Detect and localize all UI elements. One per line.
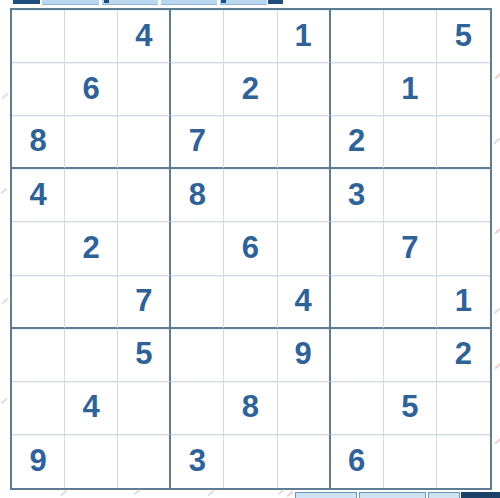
cell-r4c2[interactable] bbox=[65, 169, 118, 222]
sudoku-grid: 415621872483267741592485936 bbox=[10, 8, 492, 490]
cell-r8c9[interactable] bbox=[437, 382, 490, 435]
cell-r7c6[interactable]: 9 bbox=[278, 329, 331, 382]
cell-r2c6[interactable] bbox=[278, 63, 331, 116]
cell-r8c3[interactable] bbox=[118, 382, 171, 435]
cell-r1c4[interactable] bbox=[171, 10, 224, 63]
given-digit: 2 bbox=[83, 232, 100, 263]
cell-r3c4[interactable]: 7 bbox=[171, 116, 224, 169]
given-digit: 4 bbox=[135, 20, 152, 51]
texture-mark bbox=[0, 398, 8, 405]
cell-r6c3[interactable]: 7 bbox=[118, 276, 171, 329]
toolbar-bottom-partial bbox=[0, 492, 500, 498]
toolbar-button-partial[interactable] bbox=[161, 0, 217, 5]
texture-mark bbox=[494, 438, 500, 445]
given-digit: 4 bbox=[83, 391, 100, 422]
cell-r4c1[interactable]: 4 bbox=[12, 169, 65, 222]
given-digit: 4 bbox=[29, 179, 46, 210]
given-digit: 9 bbox=[294, 338, 311, 369]
toolbar-button-partial[interactable] bbox=[220, 0, 267, 5]
cell-r6c8[interactable] bbox=[384, 276, 437, 329]
toolbar-button-partial[interactable] bbox=[42, 0, 99, 5]
texture-mark bbox=[1, 93, 9, 100]
texture-mark bbox=[494, 363, 500, 370]
cell-r8c5[interactable]: 8 bbox=[224, 382, 277, 435]
given-digit: 5 bbox=[401, 391, 418, 422]
given-digit: 3 bbox=[348, 179, 365, 210]
cell-r3c5[interactable] bbox=[224, 116, 277, 169]
given-digit: 9 bbox=[29, 445, 46, 476]
cell-r1c7[interactable] bbox=[331, 10, 384, 63]
given-digit: 7 bbox=[135, 285, 152, 316]
cell-r4c4[interactable]: 8 bbox=[171, 169, 224, 222]
digit-toolbar-top-partial bbox=[0, 0, 500, 5]
cell-r2c4[interactable] bbox=[171, 63, 224, 116]
given-digit: 6 bbox=[348, 445, 365, 476]
cell-r9c5[interactable] bbox=[224, 435, 277, 488]
cell-r9c4[interactable]: 3 bbox=[171, 435, 224, 488]
cell-r1c8[interactable] bbox=[384, 10, 437, 63]
given-digit: 4 bbox=[294, 285, 311, 316]
bottom-button-partial[interactable] bbox=[295, 492, 357, 498]
texture-mark bbox=[493, 308, 500, 315]
cell-r5c1[interactable] bbox=[12, 222, 65, 275]
cell-r4c9[interactable] bbox=[437, 169, 490, 222]
texture-mark bbox=[493, 138, 500, 145]
given-digit: 2 bbox=[348, 125, 365, 156]
cell-r4c5[interactable] bbox=[224, 169, 277, 222]
given-digit: 7 bbox=[189, 125, 206, 156]
cell-r8c2[interactable]: 4 bbox=[65, 382, 118, 435]
cell-r4c6[interactable] bbox=[278, 169, 331, 222]
given-digit: 2 bbox=[242, 73, 259, 104]
cell-r1c9[interactable]: 5 bbox=[437, 10, 490, 63]
cell-r2c1[interactable] bbox=[12, 63, 65, 116]
cell-r1c6[interactable]: 1 bbox=[278, 10, 331, 63]
given-digit: 3 bbox=[189, 445, 206, 476]
cell-r9c9[interactable] bbox=[437, 435, 490, 488]
cell-r2c7[interactable] bbox=[331, 63, 384, 116]
cell-r6c9[interactable]: 1 bbox=[437, 276, 490, 329]
cell-r8c6[interactable] bbox=[278, 382, 331, 435]
cell-r3c3[interactable] bbox=[118, 116, 171, 169]
cell-r5c2[interactable]: 2 bbox=[65, 222, 118, 275]
cell-r4c7[interactable]: 3 bbox=[331, 169, 384, 222]
cell-r7c3[interactable]: 5 bbox=[118, 329, 171, 382]
texture-mark bbox=[494, 73, 500, 80]
cell-r9c2[interactable] bbox=[65, 435, 118, 488]
cell-r2c9[interactable] bbox=[437, 63, 490, 116]
toolbar-digit-fragment bbox=[104, 0, 109, 3]
cell-r2c8[interactable]: 1 bbox=[384, 63, 437, 116]
cell-r8c4[interactable] bbox=[171, 382, 224, 435]
cell-r8c1[interactable] bbox=[12, 382, 65, 435]
cell-r5c6[interactable] bbox=[278, 222, 331, 275]
cell-r3c6[interactable] bbox=[278, 116, 331, 169]
cell-r2c3[interactable] bbox=[118, 63, 171, 116]
cell-r5c7[interactable] bbox=[331, 222, 384, 275]
given-digit: 1 bbox=[294, 20, 311, 51]
texture-mark bbox=[0, 188, 8, 195]
cell-r7c4[interactable] bbox=[171, 329, 224, 382]
cell-r9c1[interactable]: 9 bbox=[12, 435, 65, 488]
cell-r3c9[interactable] bbox=[437, 116, 490, 169]
cell-r1c5[interactable] bbox=[224, 10, 277, 63]
sudoku-app: 415621872483267741592485936 bbox=[0, 0, 500, 498]
cell-r5c8[interactable]: 7 bbox=[384, 222, 437, 275]
cell-r7c2[interactable] bbox=[65, 329, 118, 382]
cell-r4c3[interactable] bbox=[118, 169, 171, 222]
bottom-button-partial[interactable] bbox=[428, 492, 460, 498]
cell-r5c3[interactable] bbox=[118, 222, 171, 275]
cell-r5c5[interactable]: 6 bbox=[224, 222, 277, 275]
cell-r7c8[interactable] bbox=[384, 329, 437, 382]
cell-r7c5[interactable] bbox=[224, 329, 277, 382]
texture-mark bbox=[494, 228, 500, 235]
given-digit: 5 bbox=[135, 338, 152, 369]
given-digit: 2 bbox=[455, 338, 472, 369]
toolbar-button-partial[interactable] bbox=[268, 0, 283, 4]
given-digit: 7 bbox=[401, 232, 418, 263]
cell-r7c1[interactable] bbox=[12, 329, 65, 382]
given-digit: 6 bbox=[83, 73, 100, 104]
given-digit: 8 bbox=[242, 391, 259, 422]
cell-r9c6[interactable] bbox=[278, 435, 331, 488]
cell-r6c1[interactable] bbox=[12, 276, 65, 329]
given-digit: 5 bbox=[455, 20, 472, 51]
cell-r8c7[interactable] bbox=[331, 382, 384, 435]
cell-r6c7[interactable] bbox=[331, 276, 384, 329]
cell-r7c7[interactable] bbox=[331, 329, 384, 382]
cell-r5c4[interactable] bbox=[171, 222, 224, 275]
cell-r3c2[interactable] bbox=[65, 116, 118, 169]
cell-r6c2[interactable] bbox=[65, 276, 118, 329]
cell-r3c1[interactable]: 8 bbox=[12, 116, 65, 169]
cell-r1c1[interactable] bbox=[12, 10, 65, 63]
cell-r2c2[interactable]: 6 bbox=[65, 63, 118, 116]
given-digit: 8 bbox=[189, 179, 206, 210]
cell-r6c6[interactable]: 4 bbox=[278, 276, 331, 329]
given-digit: 8 bbox=[29, 125, 46, 156]
cell-r4c8[interactable] bbox=[384, 169, 437, 222]
cell-r3c7[interactable]: 2 bbox=[331, 116, 384, 169]
given-digit: 6 bbox=[242, 232, 259, 263]
cell-r6c5[interactable] bbox=[224, 276, 277, 329]
texture-mark bbox=[1, 298, 9, 305]
cell-r3c8[interactable] bbox=[384, 116, 437, 169]
cell-r1c3[interactable]: 4 bbox=[118, 10, 171, 63]
cell-r2c5[interactable]: 2 bbox=[224, 63, 277, 116]
cell-r9c3[interactable] bbox=[118, 435, 171, 488]
toolbar-digit-fragment bbox=[221, 0, 226, 3]
cell-r8c8[interactable]: 5 bbox=[384, 382, 437, 435]
toolbar-button-partial[interactable] bbox=[102, 0, 158, 5]
given-digit: 1 bbox=[401, 73, 418, 104]
given-digit: 1 bbox=[455, 285, 472, 316]
cell-r7c9[interactable]: 2 bbox=[437, 329, 490, 382]
bottom-button-dark-partial[interactable] bbox=[461, 492, 500, 498]
cell-r9c7[interactable]: 6 bbox=[331, 435, 384, 488]
bottom-button-partial[interactable] bbox=[359, 492, 426, 498]
cell-r5c9[interactable] bbox=[437, 222, 490, 275]
cell-r9c8[interactable] bbox=[384, 435, 437, 488]
cell-r6c4[interactable] bbox=[171, 276, 224, 329]
toolbar-selected-button-partial[interactable] bbox=[13, 0, 40, 4]
cell-r1c2[interactable] bbox=[65, 10, 118, 63]
